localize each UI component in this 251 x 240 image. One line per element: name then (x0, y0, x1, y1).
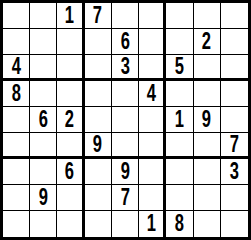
cell-r5c3: 2 (57, 107, 84, 133)
cell-r9c7: 8 (166, 211, 193, 237)
cell-r6c6[interactable] (139, 133, 166, 159)
cell-r9c3[interactable] (57, 211, 84, 237)
cell-r7c3: 6 (57, 159, 84, 185)
given-digit: 4 (11, 55, 20, 79)
cell-r3c8[interactable] (194, 55, 221, 81)
cell-r4c7[interactable] (166, 81, 193, 107)
cell-r6c8[interactable] (194, 133, 221, 159)
given-digit: 7 (120, 186, 129, 210)
cell-r7c1[interactable] (3, 159, 30, 185)
cell-r1c8[interactable] (194, 3, 221, 29)
cell-r2c4[interactable] (85, 29, 112, 55)
cell-r6c1[interactable] (3, 133, 30, 159)
given-digit: 3 (120, 55, 129, 79)
cell-r1c5[interactable] (112, 3, 139, 29)
cell-r4c4[interactable] (85, 81, 112, 107)
cell-r3c4[interactable] (85, 55, 112, 81)
cell-r9c8[interactable] (194, 211, 221, 237)
cell-r5c2: 6 (30, 107, 57, 133)
cell-r2c1[interactable] (3, 29, 30, 55)
cell-r5c9[interactable] (221, 107, 248, 133)
given-digit: 1 (175, 108, 184, 132)
cell-r8c3[interactable] (57, 185, 84, 211)
cell-r8c8[interactable] (194, 185, 221, 211)
cell-r6c4: 9 (85, 133, 112, 159)
cell-r6c9: 7 (221, 133, 248, 159)
cell-r4c5[interactable] (112, 81, 139, 107)
cell-r1c6[interactable] (139, 3, 166, 29)
cell-r9c5[interactable] (112, 211, 139, 237)
cell-r9c2[interactable] (30, 211, 57, 237)
cell-r5c1[interactable] (3, 107, 30, 133)
cell-r1c4: 7 (85, 3, 112, 29)
cell-r4c1: 8 (3, 81, 30, 107)
cell-r2c9[interactable] (221, 29, 248, 55)
cell-r3c7: 5 (166, 55, 193, 81)
cell-r6c3[interactable] (57, 133, 84, 159)
cell-r4c6: 4 (139, 81, 166, 107)
cell-r8c1[interactable] (3, 185, 30, 211)
cell-r8c9[interactable] (221, 185, 248, 211)
cell-r7c2[interactable] (30, 159, 57, 185)
cell-r1c9[interactable] (221, 3, 248, 29)
given-digit: 9 (93, 133, 102, 157)
cell-r3c5: 3 (112, 55, 139, 81)
cell-r8c7[interactable] (166, 185, 193, 211)
given-digit: 2 (202, 30, 211, 54)
given-digit: 6 (65, 160, 74, 184)
given-digit: 8 (175, 212, 184, 236)
cell-r4c8[interactable] (194, 81, 221, 107)
given-digit: 3 (230, 160, 239, 184)
given-digit: 8 (11, 82, 20, 106)
given-digit: 5 (175, 55, 184, 79)
cell-r9c1[interactable] (3, 211, 30, 237)
cell-r1c1[interactable] (3, 3, 30, 29)
given-digit: 4 (147, 82, 156, 106)
given-digit: 9 (120, 160, 129, 184)
given-digit: 9 (202, 108, 211, 132)
given-digit: 6 (39, 108, 48, 132)
cell-r6c7[interactable] (166, 133, 193, 159)
cell-r5c6[interactable] (139, 107, 166, 133)
cell-r8c4[interactable] (85, 185, 112, 211)
cell-r3c9[interactable] (221, 55, 248, 81)
cell-r7c7[interactable] (166, 159, 193, 185)
cell-r2c3[interactable] (57, 29, 84, 55)
cell-r1c3: 1 (57, 3, 84, 29)
cell-r3c1: 4 (3, 55, 30, 81)
sudoku-board: 1762435846219976939718 (0, 0, 251, 240)
cell-r3c2[interactable] (30, 55, 57, 81)
cell-r4c3[interactable] (57, 81, 84, 107)
cell-r2c8: 2 (194, 29, 221, 55)
cell-r7c4[interactable] (85, 159, 112, 185)
given-digit: 9 (39, 186, 48, 210)
cell-r3c6[interactable] (139, 55, 166, 81)
cell-r1c7[interactable] (166, 3, 193, 29)
cell-r9c4[interactable] (85, 211, 112, 237)
cell-r9c9[interactable] (221, 211, 248, 237)
cell-r3c3[interactable] (57, 55, 84, 81)
given-digit: 6 (120, 30, 129, 54)
given-digit: 1 (147, 212, 156, 236)
given-digit: 7 (93, 4, 102, 28)
cell-r2c5: 6 (112, 29, 139, 55)
cell-r2c6[interactable] (139, 29, 166, 55)
cell-r8c6[interactable] (139, 185, 166, 211)
cell-r6c5[interactable] (112, 133, 139, 159)
cell-r7c6[interactable] (139, 159, 166, 185)
cell-r5c7: 1 (166, 107, 193, 133)
given-digit: 1 (65, 4, 74, 28)
cell-r4c2[interactable] (30, 81, 57, 107)
given-digit: 2 (65, 108, 74, 132)
cell-r2c2[interactable] (30, 29, 57, 55)
cell-r7c5: 9 (112, 159, 139, 185)
cell-r4c9[interactable] (221, 81, 248, 107)
cell-r8c5: 7 (112, 185, 139, 211)
cell-r7c9: 3 (221, 159, 248, 185)
cell-r9c6: 1 (139, 211, 166, 237)
cell-r6c2[interactable] (30, 133, 57, 159)
cell-r5c4[interactable] (85, 107, 112, 133)
sudoku-page: 1762435846219976939718 (0, 0, 251, 240)
cell-r5c8: 9 (194, 107, 221, 133)
given-digit: 7 (230, 133, 239, 157)
cell-r7c8[interactable] (194, 159, 221, 185)
cell-r5c5[interactable] (112, 107, 139, 133)
cell-r1c2[interactable] (30, 3, 57, 29)
cell-r2c7[interactable] (166, 29, 193, 55)
cell-r8c2: 9 (30, 185, 57, 211)
